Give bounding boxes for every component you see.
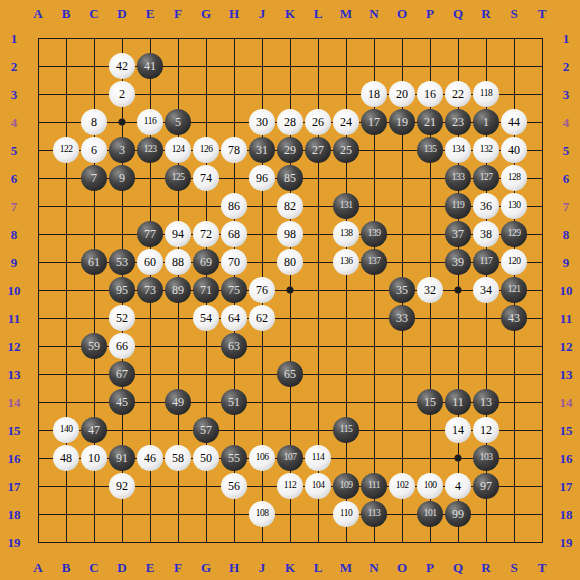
stone-white-48-B16: 48 xyxy=(53,445,79,471)
stone-black-69-G9: 69 xyxy=(193,249,219,275)
stone-black-41-E2: 41 xyxy=(137,53,163,79)
col-label-bottom-N[interactable]: N xyxy=(369,561,378,574)
col-label-bottom-P[interactable]: P xyxy=(426,561,434,574)
stone-number: 7 xyxy=(91,172,97,184)
stone-black-133-Q6: 133 xyxy=(445,165,471,191)
stone-number: 86 xyxy=(228,200,240,212)
stone-black-17-N4: 17 xyxy=(361,109,387,135)
stone-number: 122 xyxy=(60,145,73,155)
star-point-Q16 xyxy=(455,455,462,462)
stone-number: 109 xyxy=(340,481,353,491)
stone-number: 63 xyxy=(228,340,240,352)
star-point-Q10 xyxy=(455,287,462,294)
stone-black-111-N17: 111 xyxy=(361,473,387,499)
col-label-top-O[interactable]: O xyxy=(397,7,407,20)
row-label-right-12[interactable]: 12 xyxy=(560,340,573,353)
stone-number: 132 xyxy=(480,145,493,155)
row-label-right-13[interactable]: 13 xyxy=(560,368,573,381)
stone-white-36-R7: 36 xyxy=(473,193,499,219)
stone-black-75-H10: 75 xyxy=(221,277,247,303)
stone-number: 124 xyxy=(172,145,185,155)
stone-number: 26 xyxy=(312,116,324,128)
stone-number: 98 xyxy=(284,228,296,240)
stone-white-26-L4: 26 xyxy=(305,109,331,135)
stone-black-127-R6: 127 xyxy=(473,165,499,191)
stone-number: 120 xyxy=(508,257,521,267)
stone-white-102-O17: 102 xyxy=(389,473,415,499)
stone-black-35-O10: 35 xyxy=(389,277,415,303)
stone-black-97-R17: 97 xyxy=(473,473,499,499)
stone-number: 29 xyxy=(284,144,296,156)
stone-number: 42 xyxy=(116,60,128,72)
stone-number: 104 xyxy=(312,481,325,491)
stone-white-74-G6: 74 xyxy=(193,165,219,191)
stone-number: 18 xyxy=(368,88,380,100)
stone-black-89-F10: 89 xyxy=(165,277,191,303)
row-label-right-11[interactable]: 11 xyxy=(560,312,572,325)
stone-number: 100 xyxy=(424,481,437,491)
row-label-right-15[interactable]: 15 xyxy=(560,424,573,437)
stone-black-137-N9: 137 xyxy=(361,249,387,275)
stone-number: 25 xyxy=(340,144,352,156)
stone-number: 59 xyxy=(88,340,100,352)
row-label-left-18[interactable]: 18 xyxy=(8,508,21,521)
stone-number: 51 xyxy=(228,396,240,408)
row-label-left-9[interactable]: 9 xyxy=(11,256,18,269)
stone-black-99-Q18: 99 xyxy=(445,501,471,527)
stone-number: 80 xyxy=(284,256,296,268)
stone-number: 64 xyxy=(228,312,240,324)
col-label-top-D[interactable]: D xyxy=(117,7,126,20)
stone-white-76-J10: 76 xyxy=(249,277,275,303)
stone-number: 97 xyxy=(480,480,492,492)
stone-black-37-Q8: 37 xyxy=(445,221,471,247)
col-label-top-K[interactable]: K xyxy=(285,7,295,20)
stone-number: 129 xyxy=(508,229,521,239)
stone-number: 135 xyxy=(424,145,437,155)
stone-number: 43 xyxy=(508,312,520,324)
row-label-left-11[interactable]: 11 xyxy=(8,312,20,325)
stone-black-3-D5: 3 xyxy=(109,137,135,163)
row-label-left-5[interactable]: 5 xyxy=(11,144,18,157)
stone-white-140-B15: 140 xyxy=(53,417,79,443)
stone-number: 27 xyxy=(312,144,324,156)
stone-black-123-E5: 123 xyxy=(137,137,163,163)
row-label-right-19[interactable]: 19 xyxy=(560,536,573,549)
stone-black-65-K13: 65 xyxy=(277,361,303,387)
stone-number: 134 xyxy=(452,145,465,155)
stone-black-125-F6: 125 xyxy=(165,165,191,191)
stone-white-62-J11: 62 xyxy=(249,305,275,331)
stone-number: 130 xyxy=(508,201,521,211)
stone-white-72-G8: 72 xyxy=(193,221,219,247)
col-label-bottom-A[interactable]: A xyxy=(33,561,42,574)
stone-number: 106 xyxy=(256,453,269,463)
row-label-right-4[interactable]: 4 xyxy=(563,116,570,129)
col-label-top-L[interactable]: L xyxy=(314,7,323,20)
stone-number: 140 xyxy=(60,425,73,435)
stone-black-131-M7: 131 xyxy=(333,193,359,219)
stone-black-101-P18: 101 xyxy=(417,501,443,527)
stone-white-30-J4: 30 xyxy=(249,109,275,135)
stone-white-132-R5: 132 xyxy=(473,137,499,163)
stone-number: 113 xyxy=(368,509,380,519)
col-label-top-P[interactable]: P xyxy=(426,7,434,20)
col-label-bottom-C[interactable]: C xyxy=(89,561,98,574)
stone-number: 123 xyxy=(144,145,157,155)
stone-number: 10 xyxy=(88,452,100,464)
row-label-right-1[interactable]: 1 xyxy=(563,32,570,45)
row-label-left-14[interactable]: 14 xyxy=(8,396,21,409)
stone-number: 118 xyxy=(480,89,492,99)
stone-black-23-Q4: 23 xyxy=(445,109,471,135)
row-label-left-16[interactable]: 16 xyxy=(8,452,21,465)
stone-number: 9 xyxy=(119,172,125,184)
col-label-bottom-B[interactable]: B xyxy=(62,561,71,574)
row-label-left-4[interactable]: 4 xyxy=(11,116,18,129)
stone-white-124-F5: 124 xyxy=(165,137,191,163)
stone-number: 115 xyxy=(340,425,352,435)
col-label-bottom-G[interactable]: G xyxy=(201,561,211,574)
stone-number: 108 xyxy=(256,509,269,519)
stone-number: 32 xyxy=(424,284,436,296)
stone-number: 23 xyxy=(452,116,464,128)
stone-black-55-H16: 55 xyxy=(221,445,247,471)
col-label-bottom-Q[interactable]: Q xyxy=(453,561,463,574)
stone-black-77-E8: 77 xyxy=(137,221,163,247)
stone-black-91-D16: 91 xyxy=(109,445,135,471)
stone-number: 61 xyxy=(88,256,100,268)
stone-number: 107 xyxy=(284,453,297,463)
row-label-right-6[interactable]: 6 xyxy=(563,172,570,185)
col-label-bottom-T[interactable]: T xyxy=(538,561,547,574)
row-label-right-3[interactable]: 3 xyxy=(563,88,570,101)
stone-number: 89 xyxy=(172,284,184,296)
stone-number: 75 xyxy=(228,284,240,296)
stone-white-28-K4: 28 xyxy=(277,109,303,135)
row-label-left-15[interactable]: 15 xyxy=(8,424,21,437)
stone-number: 128 xyxy=(508,173,521,183)
stone-white-6-C5: 6 xyxy=(81,137,107,163)
stone-number: 102 xyxy=(396,481,409,491)
stone-number: 96 xyxy=(256,172,268,184)
stone-number: 110 xyxy=(340,509,352,519)
stone-number: 101 xyxy=(424,509,437,519)
stone-number: 20 xyxy=(396,88,408,100)
row-label-left-13[interactable]: 13 xyxy=(8,368,21,381)
stone-number: 126 xyxy=(200,145,213,155)
stone-black-13-R14: 13 xyxy=(473,389,499,415)
stone-number: 2 xyxy=(119,88,125,100)
stone-number: 69 xyxy=(200,256,212,268)
row-label-left-17[interactable]: 17 xyxy=(8,480,21,493)
stone-black-113-N18: 113 xyxy=(361,501,387,527)
stone-number: 65 xyxy=(284,368,296,380)
stone-white-96-J6: 96 xyxy=(249,165,275,191)
col-label-bottom-D[interactable]: D xyxy=(117,561,126,574)
stone-white-12-R15: 12 xyxy=(473,417,499,443)
row-label-right-2[interactable]: 2 xyxy=(563,60,570,73)
stone-white-80-K9: 80 xyxy=(277,249,303,275)
col-label-top-E[interactable]: E xyxy=(146,7,155,20)
col-label-bottom-S[interactable]: S xyxy=(510,561,517,574)
stone-number: 41 xyxy=(144,60,156,72)
col-label-top-G[interactable]: G xyxy=(201,7,211,20)
stone-number: 76 xyxy=(256,284,268,296)
stone-number: 67 xyxy=(116,368,128,380)
stone-number: 74 xyxy=(200,172,212,184)
stone-number: 14 xyxy=(452,424,464,436)
col-label-bottom-L[interactable]: L xyxy=(314,561,323,574)
row-label-left-8[interactable]: 8 xyxy=(11,228,18,241)
stone-number: 33 xyxy=(396,312,408,324)
stone-black-49-F14: 49 xyxy=(165,389,191,415)
stone-white-58-F16: 58 xyxy=(165,445,191,471)
stone-white-52-D11: 52 xyxy=(109,305,135,331)
go-board: AABBCCDDEEFFGGHHJJKKLLMMNNOOPPQQRRSSTT11… xyxy=(0,0,580,580)
stone-white-40-S5: 40 xyxy=(501,137,527,163)
stone-number: 1 xyxy=(483,116,489,128)
stone-black-47-C15: 47 xyxy=(81,417,107,443)
stone-black-27-L5: 27 xyxy=(305,137,331,163)
stone-black-59-C12: 59 xyxy=(81,333,107,359)
row-label-left-1[interactable]: 1 xyxy=(11,32,18,45)
stone-black-39-Q9: 39 xyxy=(445,249,471,275)
stone-number: 30 xyxy=(256,116,268,128)
stone-white-8-C4: 8 xyxy=(81,109,107,135)
stone-number: 39 xyxy=(452,256,464,268)
stone-number: 53 xyxy=(116,256,128,268)
col-label-bottom-R[interactable]: R xyxy=(481,561,490,574)
col-label-top-C[interactable]: C xyxy=(89,7,98,20)
stone-black-19-O4: 19 xyxy=(389,109,415,135)
stone-white-70-H9: 70 xyxy=(221,249,247,275)
stone-number: 85 xyxy=(284,172,296,184)
stone-number: 16 xyxy=(424,88,436,100)
stone-number: 138 xyxy=(340,229,353,239)
row-label-left-2[interactable]: 2 xyxy=(11,60,18,73)
stone-number: 72 xyxy=(200,228,212,240)
stone-black-129-S8: 129 xyxy=(501,221,527,247)
stone-number: 125 xyxy=(172,173,185,183)
stone-number: 15 xyxy=(424,396,436,408)
stone-black-1-R4: 1 xyxy=(473,109,499,135)
stone-white-136-M9: 136 xyxy=(333,249,359,275)
stone-number: 45 xyxy=(116,396,128,408)
stone-white-18-N3: 18 xyxy=(361,81,387,107)
col-label-top-T[interactable]: T xyxy=(538,7,547,20)
stone-number: 17 xyxy=(368,116,380,128)
stone-number: 60 xyxy=(144,256,156,268)
stone-number: 36 xyxy=(480,200,492,212)
stone-number: 52 xyxy=(116,312,128,324)
row-label-right-8[interactable]: 8 xyxy=(563,228,570,241)
stone-number: 8 xyxy=(91,116,97,128)
stone-number: 68 xyxy=(228,228,240,240)
stone-black-29-K5: 29 xyxy=(277,137,303,163)
stone-white-54-G11: 54 xyxy=(193,305,219,331)
col-label-top-Q[interactable]: Q xyxy=(453,7,463,20)
col-label-top-B[interactable]: B xyxy=(62,7,71,20)
col-label-top-A[interactable]: A xyxy=(33,7,42,20)
stone-number: 136 xyxy=(340,257,353,267)
row-label-left-19[interactable]: 19 xyxy=(8,536,21,549)
stone-white-22-Q3: 22 xyxy=(445,81,471,107)
stone-white-112-K17: 112 xyxy=(277,473,303,499)
stone-number: 78 xyxy=(228,144,240,156)
stone-black-21-P4: 21 xyxy=(417,109,443,135)
row-label-right-10[interactable]: 10 xyxy=(560,284,573,297)
stone-number: 56 xyxy=(228,480,240,492)
col-label-top-R[interactable]: R xyxy=(481,7,490,20)
row-label-left-3[interactable]: 3 xyxy=(11,88,18,101)
stone-white-86-H7: 86 xyxy=(221,193,247,219)
row-label-left-10[interactable]: 10 xyxy=(8,284,21,297)
stone-black-15-P14: 15 xyxy=(417,389,443,415)
stone-number: 82 xyxy=(284,200,296,212)
stone-black-109-M17: 109 xyxy=(333,473,359,499)
stone-black-115-M15: 115 xyxy=(333,417,359,443)
stone-black-61-C9: 61 xyxy=(81,249,107,275)
stone-number: 47 xyxy=(88,424,100,436)
stone-white-66-D12: 66 xyxy=(109,333,135,359)
stone-white-24-M4: 24 xyxy=(333,109,359,135)
stone-number: 4 xyxy=(455,480,461,492)
stone-white-106-J16: 106 xyxy=(249,445,275,471)
col-label-top-M[interactable]: M xyxy=(340,7,352,20)
row-label-right-5[interactable]: 5 xyxy=(563,144,570,157)
stone-white-4-Q17: 4 xyxy=(445,473,471,499)
stone-number: 19 xyxy=(396,116,408,128)
row-label-left-12[interactable]: 12 xyxy=(8,340,21,353)
stone-white-10-C16: 10 xyxy=(81,445,107,471)
stone-white-78-H5: 78 xyxy=(221,137,247,163)
stone-number: 88 xyxy=(172,256,184,268)
row-label-right-17[interactable]: 17 xyxy=(560,480,573,493)
col-label-bottom-O[interactable]: O xyxy=(397,561,407,574)
stone-number: 13 xyxy=(480,396,492,408)
col-label-top-H[interactable]: H xyxy=(229,7,239,20)
stone-number: 24 xyxy=(340,116,352,128)
stone-white-82-K7: 82 xyxy=(277,193,303,219)
stone-black-53-D9: 53 xyxy=(109,249,135,275)
stone-number: 112 xyxy=(284,481,296,491)
stone-black-119-Q7: 119 xyxy=(445,193,471,219)
stone-black-67-D13: 67 xyxy=(109,361,135,387)
stone-white-38-R8: 38 xyxy=(473,221,499,247)
stone-number: 94 xyxy=(172,228,184,240)
stone-black-117-R9: 117 xyxy=(473,249,499,275)
stone-black-85-K6: 85 xyxy=(277,165,303,191)
stone-number: 139 xyxy=(368,229,381,239)
stone-number: 38 xyxy=(480,228,492,240)
stone-white-60-E9: 60 xyxy=(137,249,163,275)
stone-number: 77 xyxy=(144,228,156,240)
stone-number: 48 xyxy=(60,452,72,464)
stone-number: 133 xyxy=(452,173,465,183)
col-label-top-N[interactable]: N xyxy=(369,7,378,20)
stone-white-100-P17: 100 xyxy=(417,473,443,499)
stone-white-134-Q5: 134 xyxy=(445,137,471,163)
stone-number: 103 xyxy=(480,453,493,463)
col-label-bottom-J[interactable]: J xyxy=(259,561,266,574)
stone-number: 92 xyxy=(116,480,128,492)
row-label-right-14[interactable]: 14 xyxy=(560,396,573,409)
stone-number: 66 xyxy=(116,340,128,352)
stone-number: 131 xyxy=(340,201,353,211)
stone-number: 44 xyxy=(508,116,520,128)
stone-number: 50 xyxy=(200,452,212,464)
stone-white-92-D17: 92 xyxy=(109,473,135,499)
col-label-bottom-K[interactable]: K xyxy=(285,561,295,574)
stone-number: 6 xyxy=(91,144,97,156)
stone-white-114-L16: 114 xyxy=(305,445,331,471)
col-label-top-F[interactable]: F xyxy=(174,7,182,20)
stone-number: 12 xyxy=(480,424,492,436)
row-label-right-9[interactable]: 9 xyxy=(563,256,570,269)
stone-number: 117 xyxy=(480,257,492,267)
stone-number: 73 xyxy=(144,284,156,296)
row-label-right-16[interactable]: 16 xyxy=(560,452,573,465)
stone-number: 11 xyxy=(452,396,464,408)
stone-number: 127 xyxy=(480,173,493,183)
col-label-top-J[interactable]: J xyxy=(259,7,266,20)
stone-white-2-D3: 2 xyxy=(109,81,135,107)
stone-number: 119 xyxy=(452,201,464,211)
stone-black-11-Q14: 11 xyxy=(445,389,471,415)
row-label-right-7[interactable]: 7 xyxy=(563,200,570,213)
stone-white-68-H8: 68 xyxy=(221,221,247,247)
stone-white-56-H17: 56 xyxy=(221,473,247,499)
col-label-bottom-H[interactable]: H xyxy=(229,561,239,574)
stone-number: 114 xyxy=(312,453,324,463)
col-label-bottom-E[interactable]: E xyxy=(146,561,155,574)
stone-black-107-K16: 107 xyxy=(277,445,303,471)
col-label-top-S[interactable]: S xyxy=(510,7,517,20)
stone-number: 91 xyxy=(116,452,128,464)
stone-black-25-M5: 25 xyxy=(333,137,359,163)
col-label-bottom-F[interactable]: F xyxy=(174,561,182,574)
stone-white-98-K8: 98 xyxy=(277,221,303,247)
row-label-left-6[interactable]: 6 xyxy=(11,172,18,185)
col-label-bottom-M[interactable]: M xyxy=(340,561,352,574)
stone-number: 31 xyxy=(256,144,268,156)
stone-black-103-R16: 103 xyxy=(473,445,499,471)
stone-black-57-G15: 57 xyxy=(193,417,219,443)
stone-number: 121 xyxy=(508,285,521,295)
stone-white-122-B5: 122 xyxy=(53,137,79,163)
star-point-D4 xyxy=(119,119,126,126)
row-label-right-18[interactable]: 18 xyxy=(560,508,573,521)
row-label-left-7[interactable]: 7 xyxy=(11,200,18,213)
stone-number: 21 xyxy=(424,116,436,128)
stone-number: 71 xyxy=(200,284,212,296)
stone-white-118-R3: 118 xyxy=(473,81,499,107)
stone-black-45-D14: 45 xyxy=(109,389,135,415)
stone-white-104-L17: 104 xyxy=(305,473,331,499)
stone-number: 22 xyxy=(452,88,464,100)
stone-white-130-S7: 130 xyxy=(501,193,527,219)
stone-number: 3 xyxy=(119,144,125,156)
star-point-K10 xyxy=(287,287,294,294)
grid-line-horizontal xyxy=(38,542,543,543)
stone-black-135-P5: 135 xyxy=(417,137,443,163)
stone-white-50-G16: 50 xyxy=(193,445,219,471)
stone-white-64-H11: 64 xyxy=(221,305,247,331)
stone-number: 57 xyxy=(200,424,212,436)
stone-number: 34 xyxy=(480,284,492,296)
stone-white-32-P10: 32 xyxy=(417,277,443,303)
